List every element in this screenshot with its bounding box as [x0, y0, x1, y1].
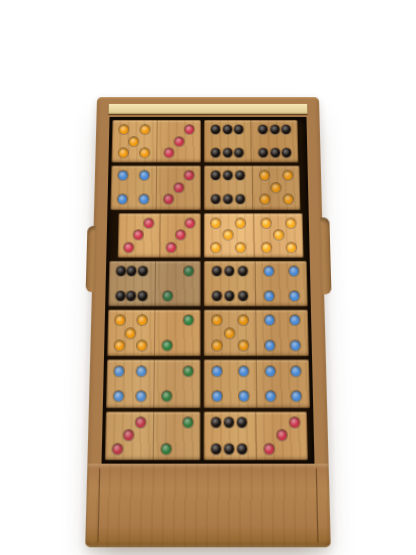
- domino-box-wrap: [85, 97, 331, 547]
- pip-black: [225, 291, 234, 301]
- pip-blue: [139, 195, 148, 204]
- pip-red: [185, 171, 194, 180]
- left-finger-notch: [86, 226, 96, 292]
- slide-lid-groove: [109, 104, 308, 114]
- pip-red: [136, 417, 146, 427]
- pip-black: [281, 125, 290, 134]
- domino-half-6-black: [204, 261, 256, 307]
- domino-5-2[interactable]: [107, 310, 200, 357]
- domino-half-5-yellow: [253, 213, 303, 258]
- pip-black: [224, 417, 234, 427]
- domino-half-4-blue: [256, 310, 309, 357]
- pip-yellow: [140, 125, 149, 134]
- product-photo: [0, 0, 416, 555]
- pip-blue: [212, 366, 222, 376]
- domino-half-4-blue: [106, 360, 154, 408]
- pip-yellow: [262, 242, 271, 252]
- pip-black: [238, 291, 247, 301]
- domino-5-5[interactable]: [204, 213, 304, 258]
- pip-black: [211, 148, 220, 157]
- pip-black: [282, 148, 291, 157]
- pip-red: [185, 125, 194, 134]
- pip-blue: [238, 366, 248, 376]
- pip-blue: [118, 195, 127, 204]
- pip-yellow: [272, 183, 281, 192]
- pip-black: [212, 291, 221, 301]
- pip-yellow: [286, 218, 295, 227]
- pip-blue: [118, 171, 127, 180]
- pip-yellow: [283, 171, 292, 180]
- pip-red: [144, 218, 153, 227]
- pip-red: [176, 230, 185, 240]
- domino-6-3[interactable]: [203, 411, 307, 460]
- pip-red: [289, 417, 299, 427]
- pip-yellow: [130, 137, 139, 146]
- pip-red: [164, 148, 173, 157]
- pip-black: [116, 291, 126, 301]
- pip-yellow: [115, 341, 125, 351]
- domino-half-5-yellow: [204, 213, 254, 258]
- domino-half-5-yellow: [252, 166, 301, 210]
- pip-red: [185, 218, 194, 227]
- pip-blue: [137, 366, 147, 376]
- pip-black: [211, 171, 220, 180]
- pip-blue: [265, 366, 275, 376]
- pip-red: [174, 137, 183, 146]
- pip-yellow: [137, 341, 147, 351]
- pip-green: [183, 417, 193, 427]
- pip-black: [259, 148, 268, 157]
- domino-4-2[interactable]: [106, 360, 200, 408]
- pip-yellow: [119, 125, 128, 134]
- pip-yellow: [126, 328, 136, 338]
- pip-black: [223, 195, 232, 204]
- domino-grid: [103, 118, 314, 463]
- domino-half-2-green: [154, 261, 200, 307]
- pip-black: [223, 125, 232, 134]
- domino-half-6-black: [108, 261, 155, 307]
- pip-black: [116, 266, 126, 276]
- pip-black: [223, 171, 232, 180]
- pip-blue: [291, 341, 301, 351]
- pip-blue: [265, 316, 275, 326]
- pip-green: [162, 341, 172, 351]
- domino-half-5-yellow: [112, 120, 157, 163]
- domino-3-3[interactable]: [118, 213, 201, 258]
- domino-half-6-black: [204, 120, 251, 163]
- domino-tray: [102, 117, 315, 464]
- pip-yellow: [284, 195, 293, 204]
- pip-blue: [114, 366, 124, 376]
- domino-half-3-red: [156, 120, 201, 163]
- domino-box: [85, 97, 331, 547]
- domino-half-3-red: [156, 166, 201, 210]
- pip-black: [234, 125, 243, 134]
- pip-black: [237, 417, 247, 427]
- domino-half-2-green: [154, 310, 201, 357]
- pip-yellow: [262, 218, 271, 227]
- pip-yellow: [137, 316, 147, 326]
- pip-blue: [292, 392, 302, 402]
- pip-black: [259, 125, 268, 134]
- pip-yellow: [236, 218, 245, 227]
- pip-yellow: [225, 328, 235, 338]
- domino-6-4[interactable]: [204, 261, 308, 307]
- pip-blue: [290, 266, 300, 276]
- domino-half-3-red: [105, 411, 153, 460]
- box-front-wall: [85, 464, 331, 548]
- domino-half-4-blue: [255, 261, 308, 307]
- pip-red: [112, 444, 122, 454]
- domino-4-3[interactable]: [110, 166, 200, 210]
- pip-black: [270, 148, 279, 157]
- pip-green: [161, 392, 171, 402]
- pip-yellow: [260, 195, 269, 204]
- domino-half-4-blue: [110, 166, 156, 210]
- pip-black: [138, 291, 148, 301]
- domino-half-3-red: [118, 213, 160, 258]
- pip-black: [127, 291, 137, 301]
- pip-green: [184, 366, 194, 376]
- pip-black: [211, 125, 220, 134]
- domino-half-4-blue: [256, 360, 310, 408]
- domino-half-6-black: [203, 411, 255, 460]
- pip-green: [162, 291, 172, 301]
- pip-red: [124, 430, 134, 440]
- pip-blue: [265, 341, 275, 351]
- pip-yellow: [140, 148, 149, 157]
- pip-black: [223, 148, 232, 157]
- pip-blue: [290, 291, 300, 301]
- pip-red: [134, 230, 143, 240]
- pip-black: [225, 266, 234, 276]
- pip-yellow: [212, 341, 222, 351]
- domino-6-5[interactable]: [204, 166, 301, 210]
- domino-half-3-red: [255, 411, 308, 460]
- pip-black: [238, 444, 248, 454]
- pip-blue: [212, 392, 222, 402]
- domino-6-2[interactable]: [108, 261, 200, 307]
- pip-black: [270, 125, 279, 134]
- pip-yellow: [286, 242, 296, 252]
- pip-red: [265, 444, 275, 454]
- domino-4-4[interactable]: [203, 360, 310, 408]
- domino-5-3[interactable]: [112, 120, 201, 163]
- pip-black: [234, 148, 243, 157]
- pip-green: [184, 266, 193, 276]
- pip-black: [211, 195, 220, 204]
- domino-5-4[interactable]: [204, 310, 309, 357]
- right-finger-notch: [320, 217, 331, 294]
- pip-black: [127, 266, 137, 276]
- pip-red: [277, 430, 287, 440]
- pip-yellow: [224, 230, 233, 240]
- pip-yellow: [115, 316, 125, 326]
- domino-3-2[interactable]: [105, 411, 200, 460]
- pip-red: [166, 242, 175, 252]
- pip-yellow: [238, 341, 248, 351]
- pip-red: [163, 195, 172, 204]
- pip-yellow: [238, 316, 248, 326]
- pip-black: [212, 417, 222, 427]
- domino-half-6-black: [204, 166, 252, 210]
- pip-yellow: [260, 171, 269, 180]
- domino-half-6-black: [251, 120, 299, 163]
- pip-yellow: [119, 148, 128, 157]
- pip-blue: [291, 366, 301, 376]
- pip-red: [124, 242, 133, 252]
- domino-half-2-green: [153, 411, 201, 460]
- pip-yellow: [211, 218, 220, 227]
- pip-yellow: [236, 242, 245, 252]
- pip-black: [138, 266, 148, 276]
- domino-half-3-red: [159, 213, 201, 258]
- pip-blue: [264, 291, 274, 301]
- pip-black: [238, 266, 247, 276]
- domino-half-4-blue: [203, 360, 256, 408]
- pip-green: [184, 316, 194, 326]
- domino-half-5-yellow: [107, 310, 154, 357]
- pip-blue: [264, 266, 274, 276]
- pip-blue: [266, 392, 276, 402]
- pip-black: [235, 195, 244, 204]
- pip-yellow: [211, 242, 220, 252]
- pip-black: [225, 444, 235, 454]
- domino-6-6[interactable]: [204, 120, 299, 163]
- pip-red: [174, 183, 183, 192]
- pip-blue: [239, 392, 249, 402]
- pip-black: [212, 266, 221, 276]
- domino-half-5-yellow: [204, 310, 257, 357]
- pip-blue: [290, 316, 300, 326]
- pip-green: [161, 444, 171, 454]
- pip-black: [235, 171, 244, 180]
- pip-blue: [140, 171, 149, 180]
- pip-yellow: [274, 230, 283, 240]
- pip-black: [212, 444, 222, 454]
- pip-yellow: [212, 316, 221, 326]
- domino-half-2-green: [153, 360, 200, 408]
- pip-blue: [136, 392, 146, 402]
- pip-blue: [113, 392, 123, 402]
